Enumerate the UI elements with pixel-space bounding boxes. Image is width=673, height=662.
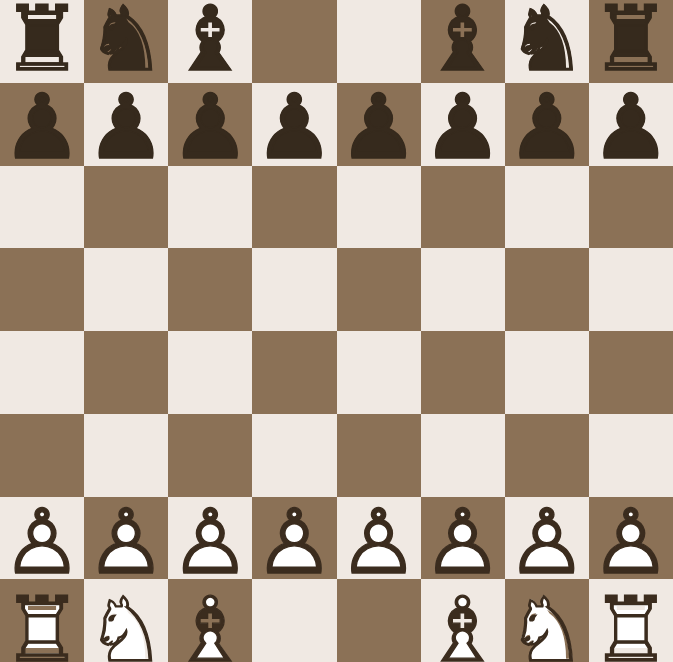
square-a5[interactable] bbox=[0, 248, 84, 331]
square-b2[interactable]: ♟♙ bbox=[84, 497, 168, 580]
square-a1[interactable]: ♜♖ bbox=[0, 579, 84, 662]
square-a8[interactable]: ♜♖ bbox=[0, 0, 84, 83]
square-f5[interactable] bbox=[421, 248, 505, 331]
square-d7[interactable]: ♟♙ bbox=[252, 83, 336, 166]
white-knight-outline-glyph: ♘ bbox=[84, 588, 168, 662]
black-pawn-outline-glyph: ♙ bbox=[168, 86, 252, 169]
square-h5[interactable] bbox=[589, 248, 673, 331]
black-knight: ♞♘ bbox=[505, 0, 589, 81]
square-f6[interactable] bbox=[421, 166, 505, 249]
white-pawn: ♟♙ bbox=[168, 501, 252, 584]
black-pawn-outline-glyph: ♙ bbox=[337, 86, 421, 169]
square-d4[interactable] bbox=[252, 331, 336, 414]
square-h8[interactable]: ♜♖ bbox=[589, 0, 673, 83]
white-knight: ♞♘ bbox=[505, 588, 589, 662]
square-e7[interactable]: ♟♙ bbox=[337, 83, 421, 166]
square-c3[interactable] bbox=[168, 414, 252, 497]
square-c1[interactable]: ♝♗ bbox=[168, 579, 252, 662]
square-b6[interactable] bbox=[84, 166, 168, 249]
white-knight-outline-glyph: ♘ bbox=[505, 588, 589, 662]
square-b4[interactable] bbox=[84, 331, 168, 414]
black-rook-outline-glyph: ♖ bbox=[0, 0, 84, 81]
square-g3[interactable] bbox=[505, 414, 589, 497]
square-f3[interactable] bbox=[421, 414, 505, 497]
square-h2[interactable]: ♟♙ bbox=[589, 497, 673, 580]
square-g7[interactable]: ♟♙ bbox=[505, 83, 589, 166]
black-pawn: ♟♙ bbox=[84, 86, 168, 169]
square-a2[interactable]: ♟♙ bbox=[0, 497, 84, 580]
white-pawn-outline-glyph: ♙ bbox=[0, 501, 84, 584]
square-c2[interactable]: ♟♙ bbox=[168, 497, 252, 580]
square-h7[interactable]: ♟♙ bbox=[589, 83, 673, 166]
white-rook-outline-glyph: ♖ bbox=[589, 588, 673, 662]
white-pawn: ♟♙ bbox=[252, 501, 336, 584]
square-d2[interactable]: ♟♙ bbox=[252, 497, 336, 580]
square-c6[interactable] bbox=[168, 166, 252, 249]
square-f8[interactable]: ♝♗ bbox=[421, 0, 505, 83]
square-c5[interactable] bbox=[168, 248, 252, 331]
square-f1[interactable]: ♝♗ bbox=[421, 579, 505, 662]
square-d8[interactable] bbox=[252, 0, 336, 83]
black-pawn: ♟♙ bbox=[337, 86, 421, 169]
black-rook: ♜♖ bbox=[589, 0, 673, 81]
white-rook: ♜♖ bbox=[0, 588, 84, 662]
square-h6[interactable] bbox=[589, 166, 673, 249]
white-pawn: ♟♙ bbox=[84, 501, 168, 584]
white-bishop: ♝♗ bbox=[421, 588, 505, 662]
white-pawn-outline-glyph: ♙ bbox=[168, 501, 252, 584]
square-f4[interactable] bbox=[421, 331, 505, 414]
black-knight: ♞♘ bbox=[84, 0, 168, 81]
square-f2[interactable]: ♟♙ bbox=[421, 497, 505, 580]
black-pawn-outline-glyph: ♙ bbox=[421, 86, 505, 169]
square-e2[interactable]: ♟♙ bbox=[337, 497, 421, 580]
black-pawn: ♟♙ bbox=[589, 86, 673, 169]
square-a6[interactable] bbox=[0, 166, 84, 249]
square-b1[interactable]: ♞♘ bbox=[84, 579, 168, 662]
black-bishop-outline-glyph: ♗ bbox=[168, 0, 252, 81]
white-pawn-outline-glyph: ♙ bbox=[505, 501, 589, 584]
black-pawn-outline-glyph: ♙ bbox=[252, 86, 336, 169]
black-rook: ♜♖ bbox=[0, 0, 84, 81]
black-rook-outline-glyph: ♖ bbox=[589, 0, 673, 81]
square-g2[interactable]: ♟♙ bbox=[505, 497, 589, 580]
square-g4[interactable] bbox=[505, 331, 589, 414]
square-d1[interactable] bbox=[252, 579, 336, 662]
square-f7[interactable]: ♟♙ bbox=[421, 83, 505, 166]
square-b3[interactable] bbox=[84, 414, 168, 497]
black-bishop-outline-glyph: ♗ bbox=[421, 0, 505, 81]
square-e8[interactable] bbox=[337, 0, 421, 83]
black-bishop: ♝♗ bbox=[421, 0, 505, 81]
white-rook: ♜♖ bbox=[589, 588, 673, 662]
white-pawn: ♟♙ bbox=[0, 501, 84, 584]
square-e6[interactable] bbox=[337, 166, 421, 249]
square-e3[interactable] bbox=[337, 414, 421, 497]
square-g6[interactable] bbox=[505, 166, 589, 249]
chess-board: ♜♖♞♘♝♗♝♗♞♘♜♖♟♙♟♙♟♙♟♙♟♙♟♙♟♙♟♙♟♙♟♙♟♙♟♙♟♙♟♙… bbox=[0, 0, 673, 662]
square-c4[interactable] bbox=[168, 331, 252, 414]
white-rook-outline-glyph: ♖ bbox=[0, 588, 84, 662]
square-d5[interactable] bbox=[252, 248, 336, 331]
white-pawn-outline-glyph: ♙ bbox=[252, 501, 336, 584]
square-a3[interactable] bbox=[0, 414, 84, 497]
black-knight-outline-glyph: ♘ bbox=[505, 0, 589, 81]
square-g5[interactable] bbox=[505, 248, 589, 331]
white-pawn: ♟♙ bbox=[589, 501, 673, 584]
black-pawn-outline-glyph: ♙ bbox=[505, 86, 589, 169]
square-b7[interactable]: ♟♙ bbox=[84, 83, 168, 166]
white-pawn-outline-glyph: ♙ bbox=[84, 501, 168, 584]
black-pawn: ♟♙ bbox=[505, 86, 589, 169]
square-e5[interactable] bbox=[337, 248, 421, 331]
white-pawn: ♟♙ bbox=[421, 501, 505, 584]
black-bishop: ♝♗ bbox=[168, 0, 252, 81]
square-a4[interactable] bbox=[0, 331, 84, 414]
square-e4[interactable] bbox=[337, 331, 421, 414]
white-bishop-outline-glyph: ♗ bbox=[421, 588, 505, 662]
square-h1[interactable]: ♜♖ bbox=[589, 579, 673, 662]
black-pawn: ♟♙ bbox=[252, 86, 336, 169]
black-pawn-outline-glyph: ♙ bbox=[0, 86, 84, 169]
square-d6[interactable] bbox=[252, 166, 336, 249]
white-pawn-outline-glyph: ♙ bbox=[589, 501, 673, 584]
white-bishop: ♝♗ bbox=[168, 588, 252, 662]
white-pawn: ♟♙ bbox=[337, 501, 421, 584]
square-c8[interactable]: ♝♗ bbox=[168, 0, 252, 83]
square-h3[interactable] bbox=[589, 414, 673, 497]
black-pawn-outline-glyph: ♙ bbox=[84, 86, 168, 169]
white-knight: ♞♘ bbox=[84, 588, 168, 662]
square-b8[interactable]: ♞♘ bbox=[84, 0, 168, 83]
square-g8[interactable]: ♞♘ bbox=[505, 0, 589, 83]
square-d3[interactable] bbox=[252, 414, 336, 497]
black-pawn: ♟♙ bbox=[0, 86, 84, 169]
black-pawn: ♟♙ bbox=[168, 86, 252, 169]
white-pawn: ♟♙ bbox=[505, 501, 589, 584]
black-pawn: ♟♙ bbox=[421, 86, 505, 169]
black-pawn-outline-glyph: ♙ bbox=[589, 86, 673, 169]
square-c7[interactable]: ♟♙ bbox=[168, 83, 252, 166]
white-pawn-outline-glyph: ♙ bbox=[337, 501, 421, 584]
white-bishop-outline-glyph: ♗ bbox=[168, 588, 252, 662]
white-pawn-outline-glyph: ♙ bbox=[421, 501, 505, 584]
square-g1[interactable]: ♞♘ bbox=[505, 579, 589, 662]
square-h4[interactable] bbox=[589, 331, 673, 414]
square-b5[interactable] bbox=[84, 248, 168, 331]
square-a7[interactable]: ♟♙ bbox=[0, 83, 84, 166]
square-e1[interactable] bbox=[337, 579, 421, 662]
black-knight-outline-glyph: ♘ bbox=[84, 0, 168, 81]
